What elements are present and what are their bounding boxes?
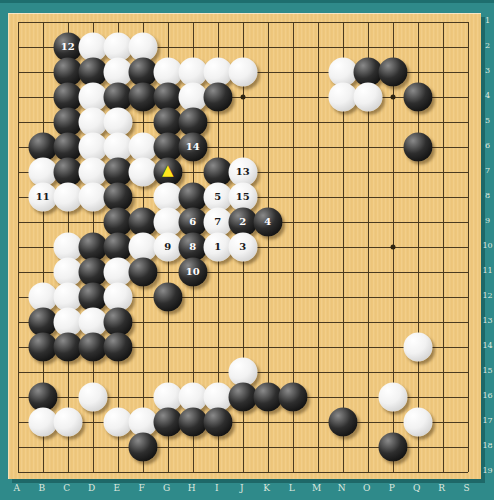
- go-viewer-window: { "game": "Go (19x19)", "frame": { "back…: [0, 0, 494, 500]
- white-stone-D16: [78, 382, 107, 411]
- move-number: 8: [189, 242, 196, 252]
- move-number: 14: [186, 142, 200, 152]
- black-stone-K9: 4: [253, 207, 282, 236]
- black-stone-P3: [378, 57, 407, 86]
- row-label-12: 12: [481, 292, 494, 300]
- move-number: 3: [239, 242, 246, 252]
- column-label-F: F: [139, 484, 145, 493]
- row-label-19: 19: [481, 467, 494, 475]
- star-point-P4: [390, 94, 395, 99]
- black-stone-Q4: [403, 82, 432, 111]
- black-stone-G12: [153, 282, 182, 311]
- grid-line-horizontal: [18, 422, 468, 423]
- move-number: 7: [214, 217, 221, 227]
- column-label-H: H: [188, 484, 196, 493]
- move-number: 5: [214, 192, 221, 202]
- white-stone-O4: [353, 82, 382, 111]
- row-label-2: 2: [481, 42, 494, 50]
- row-label-1: 1: [481, 17, 494, 25]
- move-number: 6: [189, 217, 196, 227]
- row-label-18: 18: [481, 442, 494, 450]
- column-label-Q: Q: [413, 484, 420, 493]
- row-label-9: 9: [481, 217, 494, 225]
- grid-line-vertical: [443, 22, 444, 472]
- row-label-7: 7: [481, 167, 494, 175]
- black-stone-P18: [378, 432, 407, 461]
- column-label-S: S: [464, 484, 470, 493]
- row-label-6: 6: [481, 142, 494, 150]
- white-stone-Q14: [403, 332, 432, 361]
- column-label-D: D: [88, 484, 95, 493]
- grid-line-vertical: [468, 22, 469, 472]
- go-board[interactable]: 1214▲13115156724981310: [8, 13, 481, 479]
- column-label-K: K: [263, 484, 270, 493]
- white-stone-Q17: [403, 407, 432, 436]
- black-stone-F18: [128, 432, 157, 461]
- column-label-P: P: [389, 484, 395, 493]
- row-label-11: 11: [481, 267, 494, 275]
- white-stone-J3: [228, 57, 257, 86]
- move-number: 10: [186, 267, 200, 277]
- move-number: 1: [214, 242, 221, 252]
- star-point-P10: [390, 244, 395, 249]
- column-label-R: R: [438, 484, 445, 493]
- row-label-8: 8: [481, 192, 494, 200]
- star-point-J4: [240, 94, 245, 99]
- white-stone-P16: [378, 382, 407, 411]
- move-number: 9: [164, 242, 171, 252]
- column-label-I: I: [215, 484, 219, 493]
- row-label-16: 16: [481, 392, 494, 400]
- grid-line-vertical: [318, 22, 319, 472]
- triangle-marker-icon: ▲: [162, 164, 174, 179]
- move-number: 11: [36, 192, 50, 202]
- white-stone-J10: 3: [228, 232, 257, 261]
- move-number: 4: [264, 217, 271, 227]
- row-label-13: 13: [481, 317, 494, 325]
- column-label-G: G: [163, 484, 170, 493]
- row-label-5: 5: [481, 117, 494, 125]
- row-label-3: 3: [481, 67, 494, 75]
- row-label-15: 15: [481, 367, 494, 375]
- black-stone-I17: [203, 407, 232, 436]
- move-number: 15: [236, 192, 250, 202]
- move-number: 2: [239, 217, 246, 227]
- column-label-B: B: [38, 484, 45, 493]
- column-label-O: O: [363, 484, 370, 493]
- black-stone-H11: 10: [178, 257, 207, 286]
- column-label-M: M: [312, 484, 321, 493]
- column-label-N: N: [338, 484, 346, 493]
- black-stone-H6: 14: [178, 132, 207, 161]
- column-label-E: E: [113, 484, 120, 493]
- black-stone-F11: [128, 257, 157, 286]
- column-label-J: J: [240, 484, 244, 493]
- black-stone-N17: [328, 407, 357, 436]
- black-stone-E14: [103, 332, 132, 361]
- white-stone-C17: [53, 407, 82, 436]
- row-label-4: 4: [481, 92, 494, 100]
- column-label-A: A: [13, 484, 20, 493]
- row-label-17: 17: [481, 417, 494, 425]
- move-number: 12: [61, 42, 75, 52]
- black-stone-Q6: [403, 132, 432, 161]
- row-label-10: 10: [481, 242, 494, 250]
- black-stone-I4: [203, 82, 232, 111]
- column-label-C: C: [63, 484, 70, 493]
- move-number: 13: [236, 167, 250, 177]
- black-stone-L16: [278, 382, 307, 411]
- grid-line-horizontal: [18, 472, 468, 473]
- row-label-14: 14: [481, 342, 494, 350]
- column-label-L: L: [289, 484, 295, 493]
